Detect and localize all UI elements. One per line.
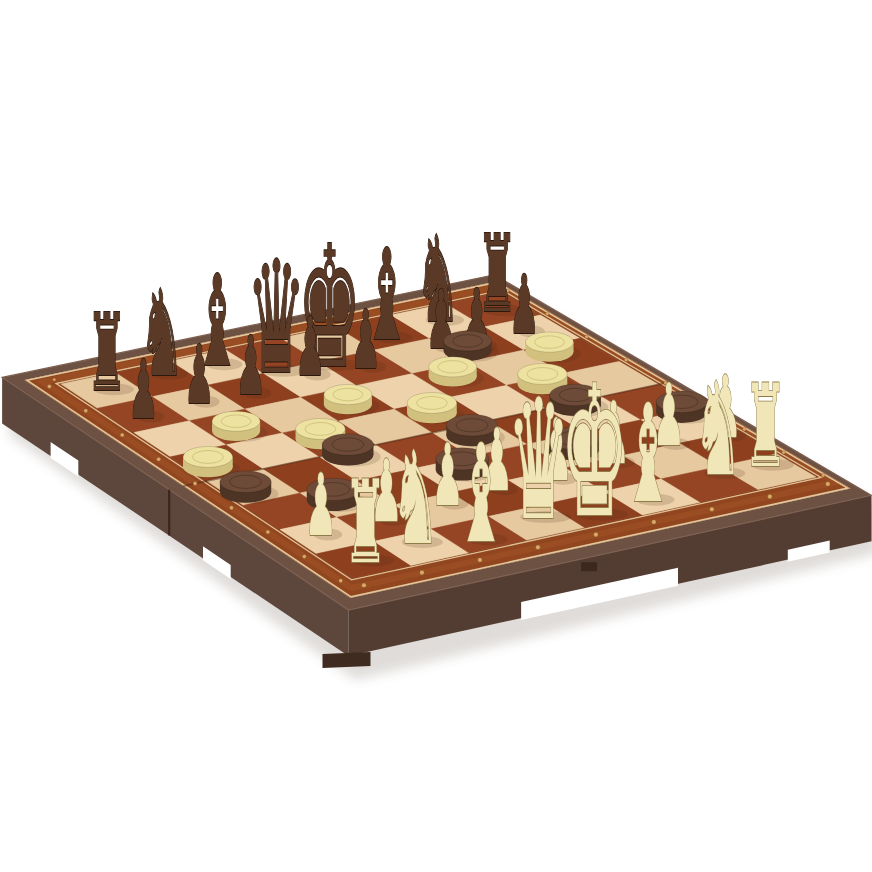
svg-text:♝: ♝ — [455, 414, 507, 573]
piece-light-knight-g1[interactable]: ♞ — [693, 355, 745, 505]
svg-text:♟: ♟ — [128, 342, 159, 437]
piece-dark-rook-a8[interactable]: ♜ — [86, 290, 133, 415]
piece-dark-pawn-e7[interactable]: ♟ — [350, 292, 386, 387]
piece-light-rook-a1[interactable]: ♜ — [344, 455, 394, 589]
svg-text:♛: ♛ — [507, 363, 570, 557]
border-pin — [826, 482, 831, 487]
clasp-latch — [581, 562, 597, 571]
border-pin — [266, 530, 270, 534]
piece-light-rook-h1[interactable]: ♜ — [744, 359, 794, 493]
chess-checkers-product-photo: ♜♞♟♝♟♟♝♚♟♛♞♟♜♟♟♟♟♟♟♜♞♟♟♝♟♚♛♟♟♝♞♜ — [0, 0, 872, 872]
piece-dark-pawn-a7[interactable]: ♟ — [128, 342, 164, 437]
frame-foot — [323, 652, 371, 668]
svg-text:♟: ♟ — [350, 292, 381, 387]
svg-text:♟: ♟ — [235, 319, 266, 414]
svg-text:♟: ♟ — [305, 456, 338, 556]
border-pin — [585, 335, 589, 339]
border-pin — [229, 506, 233, 510]
board-scene-svg: ♜♞♟♝♟♟♝♚♟♛♞♟♜♟♟♟♟♟♟♜♞♟♟♝♟♚♛♟♟♝♞♜ — [0, 0, 872, 872]
piece-dark-pawn-c7[interactable]: ♟ — [235, 319, 271, 414]
svg-text:♟: ♟ — [184, 327, 215, 422]
piece-dark-pawn-b7[interactable]: ♟ — [184, 327, 220, 422]
piece-light-queen-d1[interactable]: ♛ — [507, 363, 571, 557]
piece-dark-pawn-d7[interactable]: ♟ — [295, 300, 331, 395]
border-pin — [157, 457, 161, 461]
border-pin — [821, 474, 825, 478]
piece-light-knight-b1[interactable]: ♞ — [391, 423, 443, 573]
border-pin — [710, 507, 715, 512]
border-pin — [120, 433, 124, 437]
piece-light-pawn-a2[interactable]: ♟ — [305, 456, 343, 556]
svg-text:♞: ♞ — [391, 423, 440, 573]
border-pin — [339, 579, 343, 583]
piece-light-bishop-f1[interactable]: ♝ — [622, 374, 674, 533]
svg-text:♝: ♝ — [622, 374, 674, 533]
piece-light-bishop-c1[interactable]: ♝ — [455, 414, 507, 573]
svg-text:♟: ♟ — [295, 300, 326, 395]
border-pin — [53, 378, 56, 381]
border-pin — [768, 494, 773, 499]
border-pin — [193, 482, 197, 486]
svg-text:♜: ♜ — [744, 359, 787, 493]
border-pin — [47, 384, 51, 388]
svg-text:♜: ♜ — [344, 455, 387, 589]
svg-text:♞: ♞ — [693, 355, 742, 505]
border-pin — [545, 312, 549, 316]
svg-text:♜: ♜ — [86, 290, 127, 415]
